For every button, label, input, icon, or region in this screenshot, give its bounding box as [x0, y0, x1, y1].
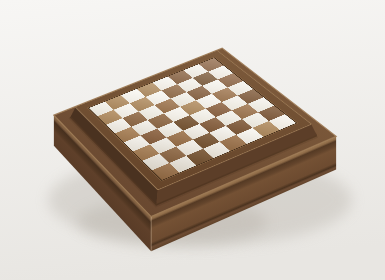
- product-photo-chess-cabinet: [0, 0, 385, 280]
